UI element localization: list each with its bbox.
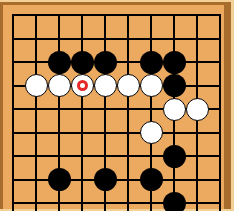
intersection[interactable]: [140, 121, 163, 145]
intersection[interactable]: [117, 191, 140, 211]
intersection[interactable]: [186, 144, 209, 168]
intersection[interactable]: [117, 168, 140, 192]
red-circle-marker: [77, 80, 88, 91]
intersection[interactable]: [163, 3, 186, 27]
intersection[interactable]: [2, 191, 25, 211]
intersection[interactable]: [186, 168, 209, 192]
black-stone: [94, 51, 117, 74]
intersection[interactable]: [117, 74, 140, 98]
black-stone: [140, 51, 163, 74]
white-stone: [94, 74, 117, 97]
intersection[interactable]: [140, 168, 163, 192]
intersection[interactable]: [163, 27, 186, 51]
intersection[interactable]: [140, 74, 163, 98]
intersection[interactable]: [71, 191, 94, 211]
intersection[interactable]: [163, 50, 186, 74]
intersection[interactable]: [94, 144, 117, 168]
intersection[interactable]: [117, 3, 140, 27]
intersection[interactable]: [117, 27, 140, 51]
intersection[interactable]: [48, 144, 71, 168]
intersection[interactable]: [163, 74, 186, 98]
intersection[interactable]: [94, 168, 117, 192]
intersection[interactable]: [48, 74, 71, 98]
white-stone: [71, 74, 94, 97]
intersection[interactable]: [48, 121, 71, 145]
intersection[interactable]: [25, 27, 48, 51]
black-stone: [163, 145, 186, 168]
intersection[interactable]: [71, 74, 94, 98]
intersection[interactable]: [140, 191, 163, 211]
intersection[interactable]: [94, 74, 117, 98]
intersection[interactable]: [94, 3, 117, 27]
intersection[interactable]: [186, 97, 209, 121]
intersection[interactable]: [209, 3, 232, 27]
black-stone: [163, 51, 186, 74]
intersection[interactable]: [48, 3, 71, 27]
intersection[interactable]: [2, 3, 25, 27]
intersection[interactable]: [117, 144, 140, 168]
intersection[interactable]: [94, 191, 117, 211]
intersection[interactable]: [209, 144, 232, 168]
intersection[interactable]: [2, 121, 25, 145]
intersection[interactable]: [163, 121, 186, 145]
intersection[interactable]: [186, 121, 209, 145]
intersection[interactable]: [48, 97, 71, 121]
intersection[interactable]: [186, 74, 209, 98]
intersection[interactable]: [94, 121, 117, 145]
intersection[interactable]: [48, 191, 71, 211]
black-stone: [71, 51, 94, 74]
white-stone: [140, 74, 163, 97]
intersection[interactable]: [209, 191, 232, 211]
black-stone: [140, 168, 163, 191]
intersection[interactable]: [94, 50, 117, 74]
intersection[interactable]: [25, 144, 48, 168]
intersection[interactable]: [2, 74, 25, 98]
intersection[interactable]: [140, 50, 163, 74]
intersection[interactable]: [94, 27, 117, 51]
intersection[interactable]: [163, 97, 186, 121]
intersection[interactable]: [140, 27, 163, 51]
intersection[interactable]: [209, 50, 232, 74]
intersection[interactable]: [71, 3, 94, 27]
intersection[interactable]: [209, 27, 232, 51]
intersection[interactable]: [25, 168, 48, 192]
intersection[interactable]: [71, 144, 94, 168]
intersection[interactable]: [186, 50, 209, 74]
intersection[interactable]: [163, 168, 186, 192]
intersection[interactable]: [2, 97, 25, 121]
intersection[interactable]: [71, 121, 94, 145]
black-stone: [48, 168, 71, 191]
intersection[interactable]: [209, 74, 232, 98]
white-stone: [163, 98, 186, 121]
white-stone: [25, 74, 48, 97]
intersection[interactable]: [2, 144, 25, 168]
intersection[interactable]: [117, 121, 140, 145]
intersection[interactable]: [186, 191, 209, 211]
intersection[interactable]: [71, 168, 94, 192]
intersection[interactable]: [25, 74, 48, 98]
white-stone: [186, 98, 209, 121]
intersection[interactable]: [48, 27, 71, 51]
intersection[interactable]: [94, 97, 117, 121]
intersection[interactable]: [25, 97, 48, 121]
intersection[interactable]: [117, 50, 140, 74]
black-stone: [163, 74, 186, 97]
white-stone: [48, 74, 71, 97]
intersection[interactable]: [48, 50, 71, 74]
intersection[interactable]: [186, 3, 209, 27]
intersection[interactable]: [209, 168, 232, 192]
intersection[interactable]: [117, 97, 140, 121]
black-stone: [94, 168, 117, 191]
white-stone: [140, 121, 163, 144]
intersection[interactable]: [140, 144, 163, 168]
intersection[interactable]: [140, 3, 163, 27]
intersection[interactable]: [25, 50, 48, 74]
intersection[interactable]: [140, 97, 163, 121]
go-board[interactable]: [0, 0, 234, 211]
intersection[interactable]: [163, 144, 186, 168]
intersection[interactable]: [186, 27, 209, 51]
intersection[interactable]: [71, 97, 94, 121]
intersection[interactable]: [25, 191, 48, 211]
intersection[interactable]: [48, 168, 71, 192]
intersection[interactable]: [25, 121, 48, 145]
intersection-grid: [2, 3, 232, 211]
intersection[interactable]: [209, 121, 232, 145]
intersection[interactable]: [71, 50, 94, 74]
intersection[interactable]: [209, 97, 232, 121]
intersection[interactable]: [71, 27, 94, 51]
white-stone: [117, 74, 140, 97]
black-stone: [163, 192, 186, 212]
intersection[interactable]: [2, 168, 25, 192]
intersection[interactable]: [163, 191, 186, 211]
intersection[interactable]: [2, 50, 25, 74]
intersection[interactable]: [2, 27, 25, 51]
intersection[interactable]: [25, 3, 48, 27]
black-stone: [48, 51, 71, 74]
